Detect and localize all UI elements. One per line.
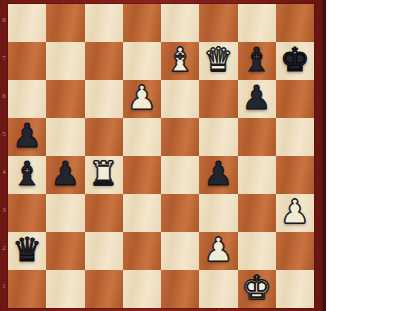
square-d8[interactable] (123, 4, 161, 42)
square-f6[interactable] (199, 80, 237, 118)
white-rook-c4[interactable]: ♜ (89, 156, 119, 193)
rank-label-4: 4 (0, 156, 8, 194)
rank-label-3: 3 (0, 194, 8, 232)
square-b3[interactable] (46, 194, 84, 232)
square-b1[interactable] (46, 270, 84, 308)
black-bishop-a4[interactable]: ♝ (12, 156, 42, 193)
square-c3[interactable] (85, 194, 123, 232)
square-h6[interactable] (276, 80, 314, 118)
rank-label-8: 8 (0, 4, 8, 42)
screenshot-root: 87654321 ♝♛♝♚♟♟♟♝♟♜♟♟♛♟♚ abcdefgh (0, 0, 414, 311)
square-e3[interactable] (161, 194, 199, 232)
square-g1[interactable]: ♚ (238, 270, 276, 308)
square-h3[interactable]: ♟ (276, 194, 314, 232)
square-e6[interactable] (161, 80, 199, 118)
square-g3[interactable] (238, 194, 276, 232)
square-d3[interactable] (123, 194, 161, 232)
black-pawn-g6[interactable]: ♟ (242, 80, 272, 117)
black-bishop-g7[interactable]: ♝ (242, 42, 272, 79)
square-e8[interactable] (161, 4, 199, 42)
square-g8[interactable] (238, 4, 276, 42)
square-a3[interactable] (8, 194, 46, 232)
square-f5[interactable] (199, 118, 237, 156)
white-pawn-d6[interactable]: ♟ (127, 80, 157, 117)
square-h2[interactable] (276, 232, 314, 270)
rank-label-6: 6 (0, 80, 8, 118)
square-d2[interactable] (123, 232, 161, 270)
square-f1[interactable] (199, 270, 237, 308)
square-c4[interactable]: ♜ (85, 156, 123, 194)
square-a7[interactable] (8, 42, 46, 80)
square-h8[interactable] (276, 4, 314, 42)
square-e7[interactable]: ♝ (161, 42, 199, 80)
square-d1[interactable] (123, 270, 161, 308)
black-queen-a2[interactable]: ♛ (12, 232, 42, 269)
chess-board-frame: 87654321 ♝♛♝♚♟♟♟♝♟♜♟♟♛♟♚ abcdefgh (0, 0, 326, 311)
square-a6[interactable] (8, 80, 46, 118)
black-pawn-f4[interactable]: ♟ (204, 156, 234, 193)
square-g5[interactable] (238, 118, 276, 156)
square-a8[interactable] (8, 4, 46, 42)
square-g4[interactable] (238, 156, 276, 194)
square-b8[interactable] (46, 4, 84, 42)
square-b5[interactable] (46, 118, 84, 156)
square-h7[interactable]: ♚ (276, 42, 314, 80)
square-a2[interactable]: ♛ (8, 232, 46, 270)
square-e5[interactable] (161, 118, 199, 156)
white-queen-f7[interactable]: ♛ (204, 42, 234, 79)
square-f3[interactable] (199, 194, 237, 232)
square-d7[interactable] (123, 42, 161, 80)
square-h1[interactable] (276, 270, 314, 308)
black-pawn-a5[interactable]: ♟ (12, 118, 42, 155)
square-a1[interactable] (8, 270, 46, 308)
rank-label-1: 1 (0, 270, 8, 308)
square-c7[interactable] (85, 42, 123, 80)
square-c8[interactable] (85, 4, 123, 42)
square-g6[interactable]: ♟ (238, 80, 276, 118)
square-e4[interactable] (161, 156, 199, 194)
square-c1[interactable] (85, 270, 123, 308)
square-b7[interactable] (46, 42, 84, 80)
black-pawn-b4[interactable]: ♟ (51, 156, 81, 193)
black-king-h7[interactable]: ♚ (280, 42, 310, 79)
square-f2[interactable]: ♟ (199, 232, 237, 270)
square-h4[interactable] (276, 156, 314, 194)
rank-label-2: 2 (0, 232, 8, 270)
square-d5[interactable] (123, 118, 161, 156)
white-bishop-e7[interactable]: ♝ (165, 42, 195, 79)
square-b4[interactable]: ♟ (46, 156, 84, 194)
rank-label-5: 5 (0, 118, 8, 156)
rank-label-7: 7 (0, 42, 8, 80)
white-pawn-f2[interactable]: ♟ (204, 232, 234, 269)
square-f7[interactable]: ♛ (199, 42, 237, 80)
white-king-g1[interactable]: ♚ (242, 270, 272, 307)
square-b2[interactable] (46, 232, 84, 270)
square-f4[interactable]: ♟ (199, 156, 237, 194)
square-g2[interactable] (238, 232, 276, 270)
square-c2[interactable] (85, 232, 123, 270)
square-f8[interactable] (199, 4, 237, 42)
square-d6[interactable]: ♟ (123, 80, 161, 118)
rank-labels: 87654321 (0, 4, 8, 308)
square-b6[interactable] (46, 80, 84, 118)
square-c5[interactable] (85, 118, 123, 156)
chess-board: ♝♛♝♚♟♟♟♝♟♜♟♟♛♟♚ (8, 4, 314, 308)
square-d4[interactable] (123, 156, 161, 194)
square-e2[interactable] (161, 232, 199, 270)
square-a5[interactable]: ♟ (8, 118, 46, 156)
square-c6[interactable] (85, 80, 123, 118)
square-e1[interactable] (161, 270, 199, 308)
square-h5[interactable] (276, 118, 314, 156)
square-g7[interactable]: ♝ (238, 42, 276, 80)
square-a4[interactable]: ♝ (8, 156, 46, 194)
white-pawn-h3[interactable]: ♟ (280, 194, 310, 231)
